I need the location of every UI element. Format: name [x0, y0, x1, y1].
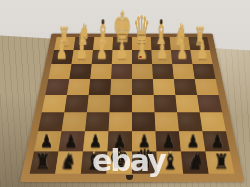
piece-black-pawn-h7: ♟	[40, 133, 53, 150]
square-a2: ♟	[190, 50, 212, 64]
square-f6	[85, 112, 109, 131]
square-a4	[195, 79, 219, 95]
chess-set-photo[interactable]: ♜♞♝♚♛♝♞♜♟♟♟♟♟♟♟♟♟♟♟♟♟♟♟♟♜♞♝♚♛♝♞♜ ebay	[0, 0, 250, 187]
square-e2: ♟	[112, 50, 132, 64]
square-g8: ♞	[55, 152, 83, 174]
piece-white-pawn-e2: ♟	[116, 37, 127, 63]
piece-black-pawn-g7: ♟	[64, 133, 77, 150]
piece-white-pawn-b2: ♟	[177, 37, 188, 63]
square-e5	[109, 95, 132, 112]
square-h5	[42, 95, 67, 112]
square-a6	[200, 112, 226, 131]
square-h6	[38, 112, 64, 131]
square-g2: ♟	[72, 50, 94, 64]
ebay-watermark: ebay	[92, 143, 165, 178]
square-c3	[152, 64, 174, 79]
square-f2: ♟	[92, 50, 113, 64]
square-g6	[62, 112, 87, 131]
square-h8: ♜	[30, 152, 59, 174]
square-b4	[174, 79, 197, 95]
square-c4	[153, 79, 175, 95]
square-b6	[177, 112, 202, 131]
square-g3	[69, 64, 91, 79]
square-h3	[48, 64, 71, 79]
piece-black-rook-h8: ♜	[35, 151, 51, 172]
square-e3	[111, 64, 132, 79]
square-g4	[67, 79, 90, 95]
square-h2: ♟	[51, 50, 73, 64]
square-f4	[89, 79, 111, 95]
square-h4	[45, 79, 69, 95]
square-c5	[154, 95, 177, 112]
piece-white-pawn-f2: ♟	[96, 37, 107, 63]
square-e4	[110, 79, 132, 95]
piece-black-rook-a8: ♜	[213, 151, 229, 172]
red-paint-speck	[139, 56, 142, 58]
square-b3	[172, 64, 194, 79]
square-a3	[192, 64, 215, 79]
piece-black-pawn-b7: ♟	[186, 133, 199, 150]
square-d6	[132, 112, 155, 131]
piece-white-pawn-d2: ♟	[136, 37, 147, 63]
square-b5	[175, 95, 199, 112]
square-a5	[197, 95, 222, 112]
square-d5	[132, 95, 155, 112]
piece-white-pawn-c2: ♟	[156, 37, 167, 63]
piece-white-pawn-a2: ♟	[197, 37, 208, 63]
piece-black-knight-g8: ♞	[60, 150, 76, 172]
square-f5	[87, 95, 110, 112]
square-c2: ♟	[151, 50, 172, 64]
piece-white-pawn-h2: ♟	[56, 37, 67, 63]
square-f3	[90, 64, 112, 79]
piece-black-knight-b8: ♞	[188, 150, 204, 172]
square-e6	[109, 112, 132, 131]
square-d4	[132, 79, 154, 95]
square-d2: ♟	[132, 50, 152, 64]
square-a8: ♜	[205, 152, 234, 174]
square-d3	[132, 64, 153, 79]
square-b2: ♟	[171, 50, 193, 64]
square-b8: ♞	[181, 152, 209, 174]
square-g5	[64, 95, 88, 112]
piece-white-pawn-g2: ♟	[76, 37, 87, 63]
piece-black-pawn-a7: ♟	[211, 133, 224, 150]
square-c6	[155, 112, 179, 131]
